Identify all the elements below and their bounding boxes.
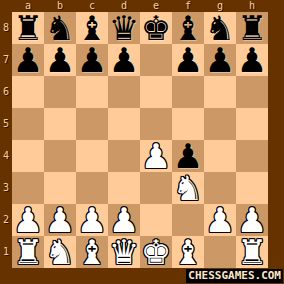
rank-label-2: 2 [0, 204, 12, 236]
white-knight-b1[interactable]: ♞ [44, 236, 76, 268]
square-h5[interactable] [236, 108, 268, 140]
square-e8[interactable]: ♚ [140, 12, 172, 44]
square-a5[interactable] [12, 108, 44, 140]
white-bishop-f1[interactable]: ♝ [172, 236, 204, 268]
rank-label-5: 5 [0, 108, 12, 140]
square-g1[interactable] [204, 236, 236, 268]
white-rook-a1[interactable]: ♜ [12, 236, 44, 268]
square-a6[interactable] [12, 76, 44, 108]
black-pawn-d7[interactable]: ♟ [108, 44, 140, 76]
square-c1[interactable]: ♝ [76, 236, 108, 268]
square-g7[interactable]: ♟ [204, 44, 236, 76]
square-a4[interactable] [12, 140, 44, 172]
square-b6[interactable] [44, 76, 76, 108]
black-pawn-c7[interactable]: ♟ [76, 44, 108, 76]
square-h1[interactable]: ♜ [236, 236, 268, 268]
black-pawn-a7[interactable]: ♟ [12, 44, 44, 76]
square-e3[interactable] [140, 172, 172, 204]
square-a1[interactable]: ♜ [12, 236, 44, 268]
square-e6[interactable] [140, 76, 172, 108]
square-a7[interactable]: ♟ [12, 44, 44, 76]
white-pawn-g2[interactable]: ♟ [204, 204, 236, 236]
square-e7[interactable] [140, 44, 172, 76]
square-e4[interactable]: ♟ [140, 140, 172, 172]
square-d7[interactable]: ♟ [108, 44, 140, 76]
rank-label-1: 1 [0, 236, 12, 268]
chess-board: ♜♞♝♛♚♝♞♜♟♟♟♟♟♟♟♟♟♞♟♟♟♟♟♟♜♞♝♛♚♝♜ [12, 12, 268, 268]
black-pawn-b7[interactable]: ♟ [44, 44, 76, 76]
square-d1[interactable]: ♛ [108, 236, 140, 268]
rank-label-4: 4 [0, 140, 12, 172]
square-c5[interactable] [76, 108, 108, 140]
square-c7[interactable]: ♟ [76, 44, 108, 76]
square-e1[interactable]: ♚ [140, 236, 172, 268]
square-g2[interactable]: ♟ [204, 204, 236, 236]
white-rook-h1[interactable]: ♜ [236, 236, 268, 268]
square-b7[interactable]: ♟ [44, 44, 76, 76]
black-pawn-h7[interactable]: ♟ [236, 44, 268, 76]
white-pawn-e4[interactable]: ♟ [140, 140, 172, 172]
square-c4[interactable] [76, 140, 108, 172]
square-d6[interactable] [108, 76, 140, 108]
square-g6[interactable] [204, 76, 236, 108]
square-f3[interactable]: ♞ [172, 172, 204, 204]
white-queen-d1[interactable]: ♛ [108, 236, 140, 268]
board-frame: abcdefgh 87654321 ♜♞♝♛♚♝♞♜♟♟♟♟♟♟♟♟♟♞♟♟♟♟… [0, 0, 284, 284]
square-b1[interactable]: ♞ [44, 236, 76, 268]
square-c6[interactable] [76, 76, 108, 108]
square-f6[interactable] [172, 76, 204, 108]
square-b5[interactable] [44, 108, 76, 140]
rank-label-7: 7 [0, 44, 12, 76]
square-g5[interactable] [204, 108, 236, 140]
black-pawn-g7[interactable]: ♟ [204, 44, 236, 76]
chessgames-logo: CHESSGAMES.COM [186, 269, 283, 283]
black-king-e8[interactable]: ♚ [140, 12, 172, 44]
rank-label-6: 6 [0, 76, 12, 108]
rank-label-8: 8 [0, 12, 12, 44]
square-h7[interactable]: ♟ [236, 44, 268, 76]
square-d4[interactable] [108, 140, 140, 172]
black-pawn-f7[interactable]: ♟ [172, 44, 204, 76]
square-g4[interactable] [204, 140, 236, 172]
white-king-e1[interactable]: ♚ [140, 236, 172, 268]
square-f1[interactable]: ♝ [172, 236, 204, 268]
white-bishop-c1[interactable]: ♝ [76, 236, 108, 268]
white-knight-f3[interactable]: ♞ [172, 172, 204, 204]
square-d5[interactable] [108, 108, 140, 140]
square-b4[interactable] [44, 140, 76, 172]
square-h6[interactable] [236, 76, 268, 108]
square-f7[interactable]: ♟ [172, 44, 204, 76]
square-h4[interactable] [236, 140, 268, 172]
rank-label-3: 3 [0, 172, 12, 204]
